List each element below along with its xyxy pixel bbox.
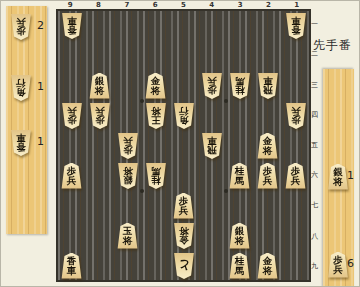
gote-pawn[interactable]: 歩 兵: [58, 101, 85, 130]
sente-pawn[interactable]: 歩 兵: [282, 161, 309, 190]
board-cell-5-7[interactable]: 歩 兵: [170, 191, 197, 220]
board-cell-2-4[interactable]: [254, 101, 281, 130]
board-cell-6-2[interactable]: [142, 41, 169, 70]
file-label-3: 3: [226, 1, 254, 9]
board-cell-5-9[interactable]: と: [170, 251, 197, 280]
board-cell-9-5[interactable]: [58, 131, 85, 160]
sente-gold[interactable]: 金 将: [254, 251, 281, 280]
board-cell-8-6[interactable]: [86, 161, 113, 190]
gote-king[interactable]: 王 将: [142, 101, 169, 130]
board-cell-9-3[interactable]: [58, 71, 85, 100]
board-cell-2-8[interactable]: [254, 221, 281, 250]
board-cell-4-9[interactable]: [198, 251, 225, 280]
gote-pawn[interactable]: 歩 兵: [86, 101, 113, 130]
board-cell-9-9[interactable]: 香 車: [58, 251, 85, 280]
board-cell-4-5[interactable]: 飛 車: [198, 131, 225, 160]
board-cell-5-6[interactable]: [170, 161, 197, 190]
sente-king[interactable]: 玉 将: [114, 221, 141, 250]
hand-piece-count: 2: [37, 19, 44, 32]
board-cell-1-3[interactable]: [282, 71, 309, 100]
file-label-5: 5: [169, 1, 197, 9]
board-cell-2-5[interactable]: 金 将: [254, 131, 281, 160]
rank-label-9: 九: [311, 251, 318, 281]
board-cell-3-7[interactable]: [226, 191, 253, 220]
board-cell-6-5[interactable]: [142, 131, 169, 160]
board-cell-1-2[interactable]: [282, 41, 309, 70]
board-cell-7-9[interactable]: [114, 251, 141, 280]
gote-rook[interactable]: 飛 車: [254, 71, 281, 100]
board-cell-3-1[interactable]: [226, 11, 253, 40]
board-cell-2-9[interactable]: 金 将: [254, 251, 281, 280]
gote-knight[interactable]: 桂 馬: [142, 161, 169, 190]
board-cell-2-6[interactable]: 歩 兵: [254, 161, 281, 190]
board-cell-1-8[interactable]: [282, 221, 309, 250]
board-cell-9-2[interactable]: [58, 41, 85, 70]
board-cell-1-6[interactable]: 歩 兵: [282, 161, 309, 190]
board-cell-7-3[interactable]: [114, 71, 141, 100]
board-cell-1-1[interactable]: 香 車: [282, 11, 309, 40]
rank-label-6: 六: [311, 160, 318, 190]
board-cell-2-2[interactable]: [254, 41, 281, 70]
hand-piece-count: 1: [37, 135, 44, 148]
gote-lance[interactable]: 香 車: [282, 11, 309, 40]
gote-hand-slot-lance[interactable]: 香 車1: [6, 127, 47, 157]
sente-lance[interactable]: 香 車: [58, 251, 85, 280]
board-cell-5-1[interactable]: [170, 11, 197, 40]
board-cell-5-5[interactable]: [170, 131, 197, 160]
board-cell-6-9[interactable]: [142, 251, 169, 280]
board-cell-4-4[interactable]: [198, 101, 225, 130]
board-cell-5-2[interactable]: [170, 41, 197, 70]
sente-pawn[interactable]: 歩 兵: [170, 191, 197, 220]
sente-hand-slot-pawn[interactable]: 歩 兵6: [323, 249, 354, 279]
gote-pawn[interactable]: 歩 兵: [114, 131, 141, 160]
board-cell-6-6[interactable]: 桂 馬: [142, 161, 169, 190]
board-cell-4-3[interactable]: 歩 兵: [198, 71, 225, 100]
board-cell-3-9[interactable]: 桂 馬: [226, 251, 253, 280]
board-cell-9-1[interactable]: 香 車: [58, 11, 85, 40]
board-cell-8-9[interactable]: [86, 251, 113, 280]
gote-pawn[interactable]: 歩 兵: [198, 71, 225, 100]
board-cell-7-4[interactable]: [114, 101, 141, 130]
hoshi-dot: [224, 189, 228, 193]
rank-label-8: 八: [311, 221, 318, 251]
gote-pawn[interactable]: 歩 兵: [9, 13, 33, 40]
rank-label-3: 三: [311, 69, 318, 99]
gote-promoted-pawn[interactable]: と: [170, 251, 197, 280]
board-cell-3-5[interactable]: [226, 131, 253, 160]
board-cell-2-3[interactable]: 飛 車: [254, 71, 281, 100]
rank-label-7: 七: [311, 190, 318, 220]
gote-hand-tray: 歩 兵2 角 行1 香 車1: [6, 6, 47, 234]
gote-lance[interactable]: 香 車: [9, 129, 33, 156]
board-cell-9-7[interactable]: [58, 191, 85, 220]
file-label-8: 8: [84, 1, 112, 9]
gote-bishop[interactable]: 角 行: [9, 74, 33, 101]
board-cell-4-2[interactable]: [198, 41, 225, 70]
gote-silver[interactable]: 銀 将: [114, 161, 141, 190]
board-cell-3-4[interactable]: [226, 101, 253, 130]
board-cell-7-2[interactable]: [114, 41, 141, 70]
board-cell-6-1[interactable]: [142, 11, 169, 40]
rank-label-4: 四: [311, 100, 318, 130]
board-cell-3-6[interactable]: 桂 馬: [226, 161, 253, 190]
board-cell-5-3[interactable]: [170, 71, 197, 100]
sente-gold[interactable]: 金 将: [254, 131, 281, 160]
board-cell-2-7[interactable]: [254, 191, 281, 220]
board-cell-9-8[interactable]: [58, 221, 85, 250]
board-cell-2-1[interactable]: [254, 11, 281, 40]
gote-pawn[interactable]: 歩 兵: [282, 101, 309, 130]
file-label-6: 6: [141, 1, 169, 9]
gote-gold[interactable]: 金 将: [170, 221, 197, 250]
hoshi-dot: [140, 189, 144, 193]
sente-pawn[interactable]: 歩 兵: [326, 251, 350, 278]
board-cell-1-4[interactable]: 歩 兵: [282, 101, 309, 130]
sente-knight[interactable]: 桂 馬: [226, 251, 253, 280]
hoshi-dot: [224, 99, 228, 103]
sente-pawn[interactable]: 歩 兵: [254, 161, 281, 190]
gote-lance[interactable]: 香 車: [58, 11, 85, 40]
board-cell-8-5[interactable]: [86, 131, 113, 160]
file-label-4: 4: [198, 1, 226, 9]
board-cell-7-6[interactable]: 銀 将: [114, 161, 141, 190]
board-cell-8-3[interactable]: 銀 将: [86, 71, 113, 100]
board-cell-8-4[interactable]: 歩 兵: [86, 101, 113, 130]
gote-bishop[interactable]: 角 行: [170, 101, 197, 130]
board-cell-6-7[interactable]: [142, 191, 169, 220]
gote-knight[interactable]: 桂 馬: [226, 71, 253, 100]
board-cell-7-8[interactable]: 玉 将: [114, 221, 141, 250]
file-label-2: 2: [254, 1, 282, 9]
board-cell-7-7[interactable]: [114, 191, 141, 220]
board-cell-6-8[interactable]: [142, 221, 169, 250]
sente-pawn[interactable]: 歩 兵: [58, 161, 85, 190]
sente-hand-tray: 銀 将1 歩 兵6: [323, 69, 354, 287]
board-cell-8-8[interactable]: [86, 221, 113, 250]
sente-silver[interactable]: 銀 将: [226, 221, 253, 250]
board-cell-1-5[interactable]: [282, 131, 309, 160]
board-cell-1-9[interactable]: [282, 251, 309, 280]
board-cell-3-3[interactable]: 桂 馬: [226, 71, 253, 100]
board-cell-4-1[interactable]: [198, 11, 225, 40]
file-label-9: 9: [56, 1, 84, 9]
gote-hand-slot-bishop[interactable]: 角 行1: [6, 72, 47, 102]
board-cell-9-6[interactable]: 歩 兵: [58, 161, 85, 190]
board-cell-8-7[interactable]: [86, 191, 113, 220]
sente-silver[interactable]: 銀 将: [86, 71, 113, 100]
board-cell-4-6[interactable]: [198, 161, 225, 190]
board-cell-3-8[interactable]: 銀 将: [226, 221, 253, 250]
board-cell-8-1[interactable]: [86, 11, 113, 40]
board-cell-9-4[interactable]: 歩 兵: [58, 101, 85, 130]
shogi-board-wrap: 香 車香 車銀 将金 将歩 兵桂 馬飛 車歩 兵歩 兵王 将角 行歩 兵歩 兵飛…: [56, 9, 311, 282]
board-cell-6-3[interactable]: 金 将: [142, 71, 169, 100]
board-cell-4-7[interactable]: [198, 191, 225, 220]
board-cell-4-8[interactable]: [198, 221, 225, 250]
gote-hand-slot-pawn[interactable]: 歩 兵2: [6, 11, 47, 41]
turn-indicator: 先手番: [313, 37, 352, 54]
file-label-1: 1: [283, 1, 311, 9]
gote-rook[interactable]: 飛 車: [198, 131, 225, 160]
board-cell-7-5[interactable]: 歩 兵: [114, 131, 141, 160]
hand-piece-count: 1: [37, 80, 44, 93]
board-cell-7-1[interactable]: [114, 11, 141, 40]
board-cell-3-2[interactable]: [226, 41, 253, 70]
board-cell-5-8[interactable]: 金 将: [170, 221, 197, 250]
file-label-7: 7: [113, 1, 141, 9]
sente-gold[interactable]: 金 将: [142, 71, 169, 100]
hoshi-dot: [140, 99, 144, 103]
sente-silver[interactable]: 銀 将: [326, 163, 350, 190]
rank-label-5: 五: [311, 130, 318, 160]
sente-hand-slot-silver[interactable]: 銀 将1: [323, 161, 354, 191]
board-cell-1-7[interactable]: [282, 191, 309, 220]
board-cell-6-4[interactable]: 王 将: [142, 101, 169, 130]
shogi-board: 香 車香 車銀 将金 将歩 兵桂 馬飛 車歩 兵歩 兵王 将角 行歩 兵歩 兵飛…: [56, 9, 311, 282]
board-cell-8-2[interactable]: [86, 41, 113, 70]
file-labels: 987654321: [56, 1, 311, 9]
sente-knight[interactable]: 桂 馬: [226, 161, 253, 190]
rank-label-1: 一: [311, 9, 318, 39]
board-cell-5-4[interactable]: 角 行: [170, 101, 197, 130]
